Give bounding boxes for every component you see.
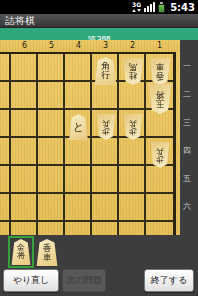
board-square-3-5[interactable] — [92, 166, 119, 194]
rank-label-3: 三 — [183, 117, 191, 128]
board-square-6-1[interactable] — [11, 54, 38, 82]
board-square-5-3[interactable] — [38, 110, 65, 138]
board-square-3-2[interactable] — [92, 82, 119, 110]
board-square-7-4[interactable] — [0, 138, 11, 166]
rank-label-1: 一 — [183, 61, 191, 72]
rank-label-6: 六 — [183, 201, 191, 212]
status-bar: 3G 5:43 — [0, 0, 198, 14]
shogi-piece-gold[interactable]: 金将 — [11, 239, 31, 265]
next-problem-button: 次の問題 — [62, 269, 106, 292]
board-square-3-4[interactable] — [92, 138, 119, 166]
board-square-2-2[interactable] — [119, 82, 146, 110]
board-square-6-6[interactable] — [11, 194, 38, 222]
app-title: 詰将棋 — [0, 14, 198, 27]
board-square-6-5[interactable] — [11, 166, 38, 194]
bottom-panel: 金将香車 やり直し 次の問題 終了する — [0, 235, 198, 296]
board-square-7-7[interactable] — [0, 222, 11, 235]
rank-label-4: 四 — [183, 145, 191, 156]
board-square-5-4[interactable] — [38, 138, 65, 166]
signal-strength-icon — [144, 2, 155, 12]
shogi-piece-lance[interactable]: 香車 — [36, 239, 58, 266]
file-label-5: 5 — [49, 40, 54, 52]
board-square-7-1[interactable] — [0, 54, 11, 82]
board-square-2-6[interactable] — [119, 194, 146, 222]
board-square-5-1[interactable] — [38, 54, 65, 82]
file-label-6: 6 — [22, 40, 27, 52]
board-square-1-6[interactable] — [146, 194, 173, 222]
board-square-2-7[interactable] — [119, 222, 146, 235]
file-labels: 654321 — [0, 40, 180, 52]
redo-button[interactable]: やり直し — [3, 269, 59, 292]
board-square-6-3[interactable] — [11, 110, 38, 138]
rank-labels: 一二三四五六 — [180, 40, 198, 235]
board-square-3-6[interactable] — [92, 194, 119, 222]
board-square-2-4[interactable] — [119, 138, 146, 166]
board-square-4-5[interactable] — [65, 166, 92, 194]
board-square-5-2[interactable] — [38, 82, 65, 110]
battery-icon — [158, 2, 165, 13]
board-square-7-2[interactable] — [0, 82, 11, 110]
board-square-5-5[interactable] — [38, 166, 65, 194]
board-viewport: 角行桂馬香車玉将と歩兵歩兵歩兵 — [0, 52, 180, 235]
hand-piece-gold[interactable]: 金将 — [8, 236, 34, 268]
board-square-1-3[interactable] — [146, 110, 173, 138]
board-square-4-1[interactable] — [65, 54, 92, 82]
file-label-3: 3 — [103, 40, 108, 52]
board-square-4-6[interactable] — [65, 194, 92, 222]
hand-piece-lance[interactable]: 香車 — [36, 239, 58, 266]
board-square-1-5[interactable] — [146, 166, 173, 194]
board-square-4-4[interactable] — [65, 138, 92, 166]
file-label-2: 2 — [130, 40, 135, 52]
board-square-5-6[interactable] — [38, 194, 65, 222]
board-square-7-6[interactable] — [0, 194, 11, 222]
network-3g-icon: 3G — [132, 2, 141, 12]
file-label-1: 1 — [157, 40, 162, 52]
clock: 5:43 — [170, 2, 195, 13]
phone-screen: 3G 5:43 詰将棋 第3問 654321 角行桂馬香車玉将と歩兵歩兵歩兵 一… — [0, 0, 198, 296]
board-square-2-5[interactable] — [119, 166, 146, 194]
board-square-5-7[interactable] — [38, 222, 65, 235]
board-square-4-7[interactable] — [65, 222, 92, 235]
shogi-board: 角行桂馬香車玉将と歩兵歩兵歩兵 — [0, 52, 176, 235]
board-square-3-7[interactable] — [92, 222, 119, 235]
board-square-7-5[interactable] — [0, 166, 11, 194]
board-square-7-3[interactable] — [0, 110, 11, 138]
board-square-1-7[interactable] — [146, 222, 173, 235]
board-square-4-2[interactable] — [65, 82, 92, 110]
rank-label-5: 五 — [183, 173, 191, 184]
file-label-4: 4 — [76, 40, 81, 52]
title-bar: 詰将棋 — [0, 14, 198, 28]
rank-label-2: 二 — [183, 89, 191, 100]
problem-banner: 第3問 — [0, 28, 198, 40]
board-square-6-4[interactable] — [11, 138, 38, 166]
quit-button[interactable]: 終了する — [144, 269, 194, 292]
board-square-6-2[interactable] — [11, 82, 38, 110]
board-square-6-7[interactable] — [11, 222, 38, 235]
